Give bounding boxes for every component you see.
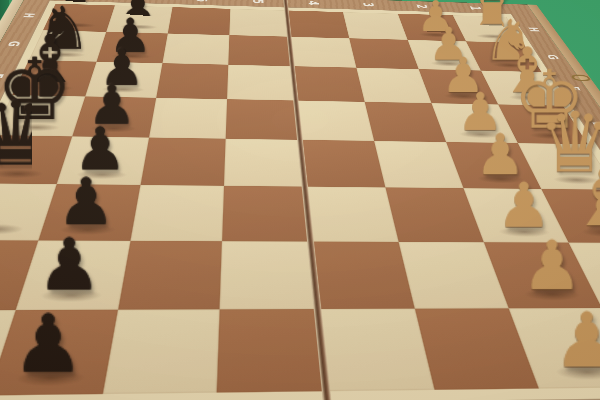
cell-a8: ♜ (0, 311, 14, 399)
square-d4 (300, 140, 385, 187)
chess-board: 87654321 87654321 HGFEDCBA HGFEDCBA ♜♟♟♜… (0, 0, 600, 400)
coord-label-rank-3: 3 (340, 0, 397, 9)
piece-white-pawn-b2: ♟ (479, 232, 600, 300)
square-g5 (228, 35, 292, 66)
square-a5 (216, 309, 326, 393)
board-frame: 87654321 87654321 HGFEDCBA HGFEDCBA ♜♟♟♜… (0, 0, 600, 400)
piece-black-rook-a8: ♜ (0, 287, 19, 387)
square-f4 (292, 66, 364, 101)
square-d5 (223, 139, 304, 187)
square-h5 (229, 9, 289, 37)
photo-scene: 87654321 87654321 HGFEDCBA HGFEDCBA ♜♟♟♜… (0, 0, 600, 400)
square-h4 (287, 10, 349, 38)
square-g4 (289, 37, 356, 68)
square-b5 (219, 241, 318, 309)
square-b4 (311, 242, 414, 309)
square-e4 (296, 100, 374, 141)
square-e5 (225, 99, 300, 140)
square-c5 (221, 185, 310, 241)
square-f5 (227, 65, 296, 101)
square-c4 (305, 186, 398, 242)
piece-white-pawn-a2: ♟ (505, 303, 600, 379)
piece-black-pawn-a7: ♟ (0, 305, 133, 386)
